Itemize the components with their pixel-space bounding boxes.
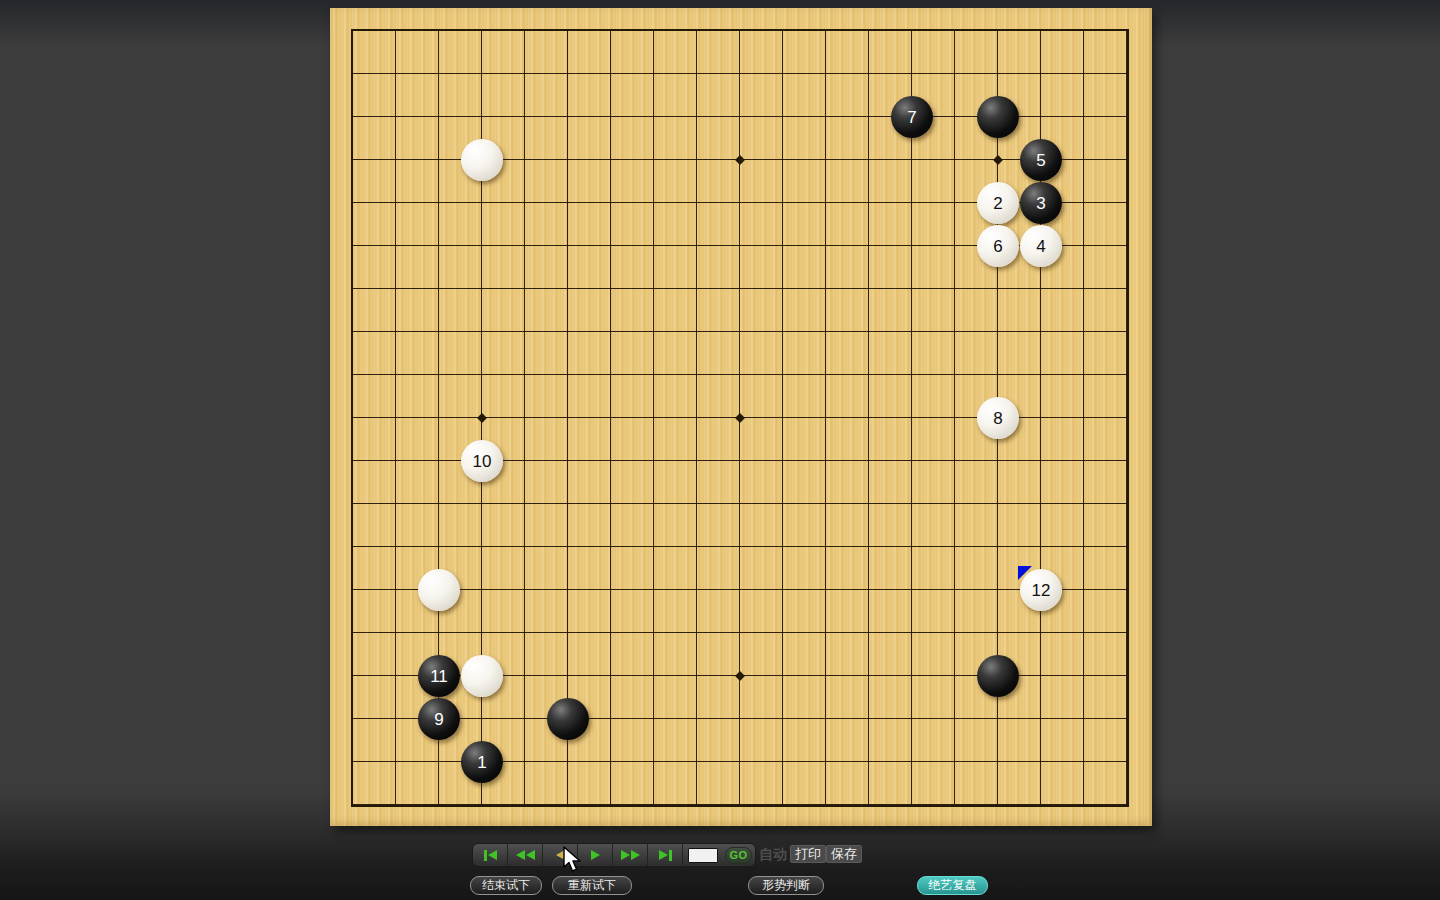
nav-forward-icon <box>591 850 600 860</box>
stone-move-number: 8 <box>993 410 1002 427</box>
star-point <box>735 155 745 165</box>
star-point <box>735 671 745 681</box>
stone-move-number: 5 <box>1036 152 1045 169</box>
nav-fast-back-button[interactable] <box>508 844 543 866</box>
stone-move-11: 11 <box>418 655 460 697</box>
nav-last-icon <box>659 850 668 860</box>
stone-move-1: 1 <box>461 741 503 783</box>
restart-trial-button[interactable]: 重新试下 <box>552 876 632 895</box>
star-point <box>735 413 745 423</box>
go-button[interactable]: GO <box>725 847 752 864</box>
mouse-cursor-icon <box>562 846 584 874</box>
stone-move-number: 4 <box>1036 238 1045 255</box>
stone-move-number: 10 <box>473 453 492 470</box>
stone <box>418 569 460 611</box>
stone <box>461 139 503 181</box>
go-board[interactable]: 752364810121191 <box>330 8 1152 826</box>
stone-move-12: 12 <box>1020 569 1062 611</box>
stone <box>977 96 1019 138</box>
stone-move-number: 11 <box>430 668 448 685</box>
nav-first-icon <box>488 850 497 860</box>
ai-review-button[interactable]: 绝艺复盘 <box>917 876 988 895</box>
stone-move-number: 12 <box>1032 582 1051 599</box>
save-button[interactable]: 保存 <box>826 845 862 863</box>
stone-move-8: 8 <box>977 397 1019 439</box>
stone-move-9: 9 <box>418 698 460 740</box>
end-trial-button[interactable]: 结束试下 <box>470 876 542 895</box>
nav-fast-back-icon <box>516 850 525 860</box>
last-move-marker-icon <box>1018 566 1032 580</box>
stone-move-number: 7 <box>907 109 916 126</box>
stone-move-number: 6 <box>993 238 1002 255</box>
star-point <box>477 413 487 423</box>
stone-move-5: 5 <box>1020 139 1062 181</box>
nav-fast-forward-icon <box>621 850 630 860</box>
stone <box>977 655 1019 697</box>
print-button[interactable]: 打印 <box>790 845 826 863</box>
star-point <box>993 155 1003 165</box>
auto-label: 自动 <box>759 846 787 864</box>
stone-move-4: 4 <box>1020 225 1062 267</box>
nav-fast-back-icon <box>526 850 535 860</box>
nav-first-icon <box>484 850 487 861</box>
move-number-input[interactable] <box>688 848 718 863</box>
stone-move-7: 7 <box>891 96 933 138</box>
nav-fast-forward-icon <box>631 850 640 860</box>
stone-move-10: 10 <box>461 440 503 482</box>
stone-move-6: 6 <box>977 225 1019 267</box>
stone-move-number: 2 <box>993 195 1002 212</box>
nav-last-button[interactable] <box>648 844 683 866</box>
stone-move-number: 1 <box>477 754 486 771</box>
stone-move-3: 3 <box>1020 182 1062 224</box>
stone-move-number: 3 <box>1036 195 1045 212</box>
nav-last-icon <box>669 850 672 861</box>
position-judge-button[interactable]: 形势判断 <box>748 876 824 895</box>
stone <box>461 655 503 697</box>
nav-first-button[interactable] <box>473 844 508 866</box>
stone-move-number: 9 <box>434 711 443 728</box>
stone-move-2: 2 <box>977 182 1019 224</box>
stone <box>547 698 589 740</box>
nav-fast-forward-button[interactable] <box>613 844 648 866</box>
navigation-toolbar: GO <box>472 843 756 867</box>
board-grid[interactable]: 752364810121191 <box>351 29 1129 807</box>
